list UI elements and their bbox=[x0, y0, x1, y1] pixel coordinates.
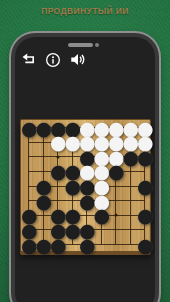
board-grid: ●●●●●●●●●●●●●●●●●●●●●●●●●●●●●●●●●●●●●●●●… bbox=[28, 127, 145, 245]
camera-dot-icon bbox=[95, 43, 99, 47]
hoshi-point bbox=[56, 214, 59, 217]
sound-icon[interactable] bbox=[69, 51, 87, 68]
grid-line bbox=[28, 215, 145, 216]
phone-screen: ●●●●●●●●●●●●●●●●●●●●●●●●●●●●●●●●●●●●●●●●… bbox=[15, 37, 155, 302]
grid-line bbox=[28, 200, 145, 201]
grid-line bbox=[28, 229, 145, 230]
hoshi-point bbox=[56, 155, 59, 158]
grid-line bbox=[144, 127, 145, 245]
grid-line bbox=[130, 127, 131, 245]
table-background: ПРОДВИНУТЫЙ ИИ bbox=[0, 0, 170, 302]
grid-line bbox=[115, 127, 116, 245]
phone-frame: ●●●●●●●●●●●●●●●●●●●●●●●●●●●●●●●●●●●●●●●●… bbox=[11, 33, 159, 302]
hoshi-point bbox=[114, 155, 117, 158]
page-title: ПРОДВИНУТЫЙ ИИ bbox=[0, 6, 170, 16]
hoshi-point bbox=[114, 214, 117, 217]
toolbar bbox=[20, 51, 87, 68]
hoshi-point bbox=[85, 185, 88, 188]
grid-line bbox=[101, 127, 102, 245]
info-icon[interactable] bbox=[45, 52, 61, 68]
go-board[interactable]: ●●●●●●●●●●●●●●●●●●●●●●●●●●●●●●●●●●●●●●●●… bbox=[20, 119, 151, 252]
speaker-slit-icon bbox=[68, 43, 93, 47]
grid-line bbox=[28, 244, 145, 245]
back-icon[interactable] bbox=[20, 52, 37, 67]
